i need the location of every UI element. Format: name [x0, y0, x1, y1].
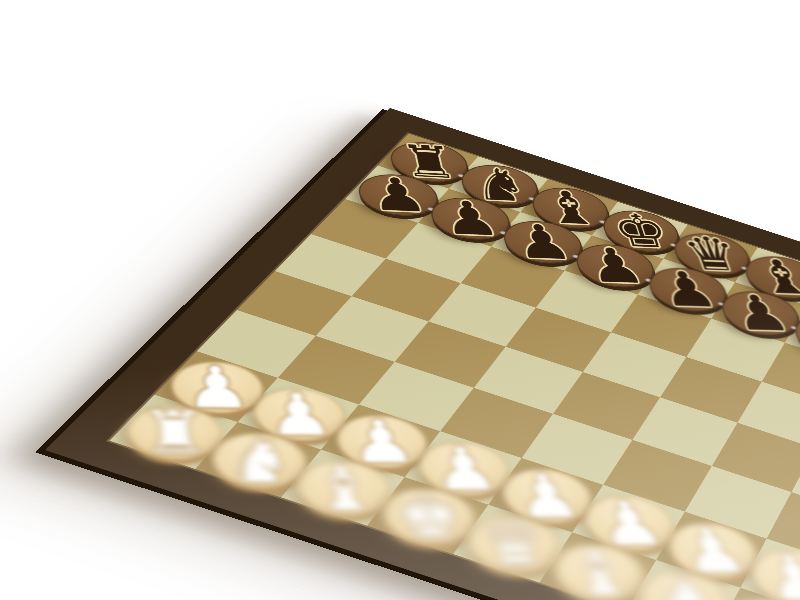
bishop-glyph: ♝ — [307, 458, 383, 520]
photo-scene: ♜♞♝♚♛♝♞♜♟♟♟♟♟♟♟♟♟♟♟♟♟♟♟♟♜♞♝♚♛♝♞♜ — [0, 0, 800, 600]
king-glyph: ♚ — [391, 485, 468, 548]
pawn-glyph: ♟ — [366, 171, 431, 219]
knight-glyph: ♞ — [223, 430, 297, 491]
rook-glyph: ♜ — [139, 402, 212, 463]
rook-glyph: ♜ — [729, 596, 800, 600]
